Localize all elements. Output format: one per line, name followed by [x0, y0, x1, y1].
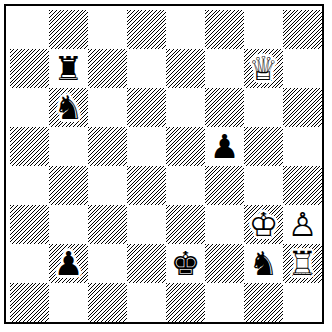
piece-black-knight[interactable]: ♞: [244, 244, 283, 283]
square-a5[interactable]: [10, 127, 49, 166]
square-h7[interactable]: [283, 49, 322, 88]
chess-board[interactable]: ♜♛♕♞♞♟♚♔♙♟♟♚♞♜♖: [10, 10, 322, 322]
square-b4[interactable]: [49, 166, 88, 205]
square-g7[interactable]: ♛♕: [244, 49, 283, 88]
square-e4[interactable]: [166, 166, 205, 205]
white-queen-glyph: ♕: [249, 49, 279, 88]
square-f7[interactable]: [205, 49, 244, 88]
piece-black-pawn[interactable]: ♟: [205, 127, 244, 166]
black-rook-glyph: ♜: [54, 49, 84, 88]
square-c8[interactable]: [88, 10, 127, 49]
piece-white-rook[interactable]: ♜♖: [283, 244, 322, 283]
square-h1[interactable]: [283, 283, 322, 322]
white-pawn-glyph: ♙: [288, 205, 318, 244]
square-a1[interactable]: [10, 283, 49, 322]
white-king-glyph: ♔: [249, 205, 279, 244]
square-h5[interactable]: [283, 127, 322, 166]
square-a2[interactable]: [10, 244, 49, 283]
square-g6[interactable]: [244, 88, 283, 127]
square-e6[interactable]: [166, 88, 205, 127]
square-b1[interactable]: [49, 283, 88, 322]
square-c7[interactable]: [88, 49, 127, 88]
square-d7[interactable]: [127, 49, 166, 88]
square-c2[interactable]: [88, 244, 127, 283]
square-a4[interactable]: [10, 166, 49, 205]
square-g5[interactable]: [244, 127, 283, 166]
piece-black-king[interactable]: ♚: [166, 244, 205, 283]
square-f3[interactable]: [205, 205, 244, 244]
square-c5[interactable]: [88, 127, 127, 166]
piece-black-knight[interactable]: ♞♞: [49, 88, 88, 127]
square-h8[interactable]: [283, 10, 322, 49]
square-b7[interactable]: ♜: [49, 49, 88, 88]
square-a6[interactable]: [10, 88, 49, 127]
square-b5[interactable]: [49, 127, 88, 166]
piece-black-rook[interactable]: ♜: [49, 49, 88, 88]
white-rook-glyph: ♖: [288, 244, 318, 283]
square-h3[interactable]: ♙: [283, 205, 322, 244]
square-b2[interactable]: ♟♟: [49, 244, 88, 283]
square-g1[interactable]: [244, 283, 283, 322]
black-pawn-glyph: ♟: [210, 127, 240, 166]
chess-diagram: ♜♛♕♞♞♟♚♔♙♟♟♚♞♜♖: [0, 0, 332, 332]
square-a7[interactable]: [10, 49, 49, 88]
square-e2[interactable]: ♚: [166, 244, 205, 283]
square-f6[interactable]: [205, 88, 244, 127]
square-a3[interactable]: [10, 205, 49, 244]
square-d5[interactable]: [127, 127, 166, 166]
square-a8[interactable]: [10, 10, 49, 49]
square-e7[interactable]: [166, 49, 205, 88]
square-f2[interactable]: [205, 244, 244, 283]
square-f1[interactable]: [205, 283, 244, 322]
piece-black-pawn[interactable]: ♟♟: [49, 244, 88, 283]
square-f5[interactable]: ♟: [205, 127, 244, 166]
square-d6[interactable]: [127, 88, 166, 127]
square-h6[interactable]: [283, 88, 322, 127]
square-d2[interactable]: [127, 244, 166, 283]
piece-white-queen[interactable]: ♛♕: [244, 49, 283, 88]
square-g8[interactable]: [244, 10, 283, 49]
square-b6[interactable]: ♞♞: [49, 88, 88, 127]
square-b3[interactable]: [49, 205, 88, 244]
square-d4[interactable]: [127, 166, 166, 205]
square-g3[interactable]: ♚♔: [244, 205, 283, 244]
square-h2[interactable]: ♜♖: [283, 244, 322, 283]
black-king-glyph: ♚: [171, 244, 201, 283]
square-g4[interactable]: [244, 166, 283, 205]
square-c4[interactable]: [88, 166, 127, 205]
square-d8[interactable]: [127, 10, 166, 49]
square-e5[interactable]: [166, 127, 205, 166]
square-e1[interactable]: [166, 283, 205, 322]
square-c1[interactable]: [88, 283, 127, 322]
square-c6[interactable]: [88, 88, 127, 127]
square-g2[interactable]: ♞: [244, 244, 283, 283]
square-e8[interactable]: [166, 10, 205, 49]
square-d3[interactable]: [127, 205, 166, 244]
square-e3[interactable]: [166, 205, 205, 244]
square-c3[interactable]: [88, 205, 127, 244]
piece-white-pawn[interactable]: ♙: [283, 205, 322, 244]
black-knight-glyph: ♞: [54, 88, 84, 127]
piece-white-king[interactable]: ♚♔: [244, 205, 283, 244]
square-f8[interactable]: [205, 10, 244, 49]
square-f4[interactable]: [205, 166, 244, 205]
black-knight-glyph: ♞: [249, 244, 279, 283]
black-pawn-glyph: ♟: [54, 244, 84, 283]
square-b8[interactable]: [49, 10, 88, 49]
square-d1[interactable]: [127, 283, 166, 322]
square-h4[interactable]: [283, 166, 322, 205]
